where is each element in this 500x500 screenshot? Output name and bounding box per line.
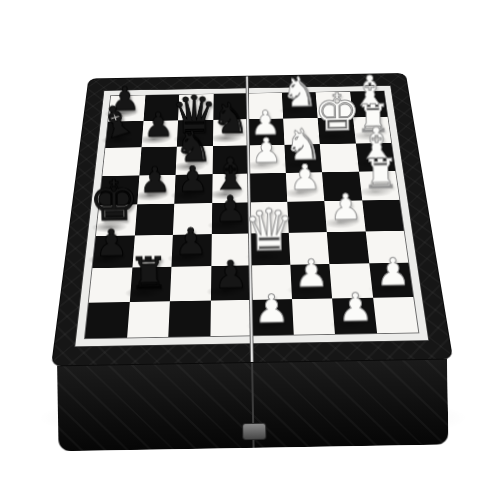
square-e1[interactable] bbox=[251, 299, 293, 336]
square-d7[interactable] bbox=[213, 119, 249, 146]
square-g6[interactable] bbox=[320, 144, 359, 172]
square-a8[interactable] bbox=[108, 95, 145, 121]
square-e4[interactable] bbox=[249, 202, 288, 233]
square-d4[interactable] bbox=[211, 202, 249, 233]
square-a2[interactable] bbox=[89, 267, 132, 302]
square-f4[interactable] bbox=[287, 201, 327, 232]
square-a4[interactable] bbox=[96, 204, 137, 235]
square-c6[interactable] bbox=[176, 146, 213, 174]
product-photo-stage: ♟♟♛♞♝♞♝♟♟♟♚♟♟♜♟♞♝♟♚♜♟♞♝♟♜♟♛♟♟♟♟ bbox=[0, 0, 500, 500]
square-f8[interactable] bbox=[281, 92, 317, 118]
square-b3[interactable] bbox=[132, 234, 173, 267]
square-h4[interactable] bbox=[362, 200, 404, 231]
square-f1[interactable] bbox=[292, 298, 335, 335]
square-h6[interactable] bbox=[355, 143, 395, 171]
square-a7[interactable] bbox=[105, 121, 143, 148]
square-h7[interactable] bbox=[353, 116, 392, 143]
square-f6[interactable] bbox=[284, 144, 322, 172]
board-front-edge bbox=[57, 359, 448, 452]
square-d2[interactable] bbox=[210, 265, 251, 300]
square-d8[interactable] bbox=[213, 94, 248, 120]
board-grid bbox=[84, 91, 419, 340]
square-b5[interactable] bbox=[137, 174, 176, 204]
square-g4[interactable] bbox=[324, 200, 365, 231]
square-a3[interactable] bbox=[92, 235, 134, 268]
square-c1[interactable] bbox=[168, 300, 210, 337]
square-g7[interactable] bbox=[318, 117, 356, 144]
square-g8[interactable] bbox=[316, 92, 353, 118]
square-b4[interactable] bbox=[134, 204, 174, 235]
square-b2[interactable] bbox=[129, 267, 171, 302]
square-c2[interactable] bbox=[170, 266, 211, 301]
square-e5[interactable] bbox=[249, 173, 287, 203]
square-d6[interactable] bbox=[212, 145, 249, 173]
square-e2[interactable] bbox=[250, 265, 291, 300]
square-e6[interactable] bbox=[248, 145, 285, 173]
scene-3d: ♟♟♛♞♝♞♝♟♟♟♚♟♟♜♟♞♝♟♚♜♟♞♝♟♜♟♛♟♟♟♟ bbox=[21, 24, 478, 462]
square-a1[interactable] bbox=[85, 302, 129, 339]
square-c7[interactable] bbox=[177, 119, 213, 146]
chess-board: ♟♟♛♞♝♞♝♟♟♟♚♟♟♜♟♞♝♟♚♜♟♞♝♟♜♟♛♟♟♟♟ bbox=[52, 74, 452, 366]
square-h3[interactable] bbox=[365, 230, 408, 263]
square-a6[interactable] bbox=[102, 147, 141, 175]
square-b8[interactable] bbox=[143, 95, 179, 121]
square-b1[interactable] bbox=[127, 301, 170, 338]
square-h2[interactable] bbox=[369, 263, 413, 298]
board-surface bbox=[74, 85, 429, 347]
square-d1[interactable] bbox=[210, 299, 252, 336]
square-d3[interactable] bbox=[211, 233, 250, 266]
square-c4[interactable] bbox=[173, 203, 212, 234]
square-f5[interactable] bbox=[285, 172, 324, 202]
square-f2[interactable] bbox=[290, 264, 332, 299]
square-g3[interactable] bbox=[327, 231, 369, 264]
square-a5[interactable] bbox=[99, 175, 139, 205]
square-d5[interactable] bbox=[212, 173, 250, 203]
square-h8[interactable] bbox=[350, 91, 388, 117]
square-e8[interactable] bbox=[247, 93, 282, 119]
square-b6[interactable] bbox=[139, 147, 177, 175]
square-f7[interactable] bbox=[283, 118, 320, 145]
square-h5[interactable] bbox=[359, 171, 400, 201]
square-f3[interactable] bbox=[288, 232, 329, 265]
square-g5[interactable] bbox=[322, 171, 362, 201]
square-c3[interactable] bbox=[171, 234, 211, 267]
hinge-clasp bbox=[242, 423, 266, 440]
square-h1[interactable] bbox=[373, 297, 419, 334]
square-c8[interactable] bbox=[178, 94, 213, 120]
square-g2[interactable] bbox=[329, 263, 372, 298]
square-e7[interactable] bbox=[248, 118, 284, 145]
square-e3[interactable] bbox=[250, 232, 290, 265]
square-b7[interactable] bbox=[141, 120, 178, 147]
square-c5[interactable] bbox=[174, 174, 212, 204]
square-g1[interactable] bbox=[332, 297, 377, 334]
